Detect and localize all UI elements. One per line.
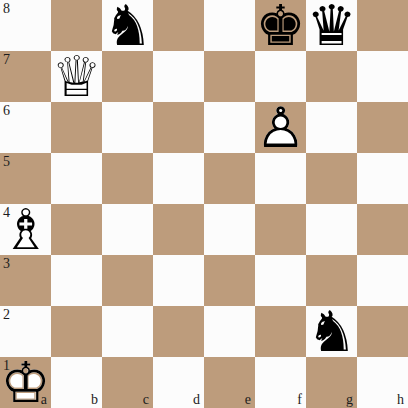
white-pawn-glyph: ♙: [255, 102, 306, 153]
square-g6[interactable]: [306, 102, 357, 153]
square-c6[interactable]: [102, 102, 153, 153]
square-b6[interactable]: [51, 102, 102, 153]
square-g4[interactable]: [306, 204, 357, 255]
square-g1[interactable]: g: [306, 357, 357, 408]
square-g8[interactable]: ♛: [306, 0, 357, 51]
square-h4[interactable]: [357, 204, 408, 255]
square-c2[interactable]: [102, 306, 153, 357]
rank-label-2: 2: [3, 308, 10, 322]
square-e6[interactable]: [204, 102, 255, 153]
square-g7[interactable]: [306, 51, 357, 102]
white-king[interactable]: ♚♔: [0, 357, 51, 408]
square-a3[interactable]: 3: [0, 255, 51, 306]
black-knight-glyph: ♞: [102, 0, 153, 51]
black-knight[interactable]: ♞: [102, 0, 153, 51]
square-d2[interactable]: [153, 306, 204, 357]
black-knight-glyph: ♞: [306, 306, 357, 357]
square-e4[interactable]: [204, 204, 255, 255]
square-h5[interactable]: [357, 153, 408, 204]
square-f8[interactable]: ♚: [255, 0, 306, 51]
square-e7[interactable]: [204, 51, 255, 102]
square-b1[interactable]: b: [51, 357, 102, 408]
white-queen[interactable]: ♛♕: [51, 51, 102, 102]
square-a6[interactable]: 6: [0, 102, 51, 153]
black-knight[interactable]: ♞: [306, 306, 357, 357]
file-label-h: h: [397, 393, 404, 407]
square-g5[interactable]: [306, 153, 357, 204]
square-b2[interactable]: [51, 306, 102, 357]
square-d5[interactable]: [153, 153, 204, 204]
chess-board: 8♞♚♛7♛♕6♟♙54♝♗32♞1a♚♔bcdefgh: [0, 0, 408, 408]
square-g2[interactable]: ♞: [306, 306, 357, 357]
square-d8[interactable]: [153, 0, 204, 51]
square-b3[interactable]: [51, 255, 102, 306]
square-f3[interactable]: [255, 255, 306, 306]
white-bishop[interactable]: ♝♗: [0, 204, 51, 255]
square-b7[interactable]: ♛♕: [51, 51, 102, 102]
square-b5[interactable]: [51, 153, 102, 204]
square-c1[interactable]: c: [102, 357, 153, 408]
rank-label-8: 8: [3, 2, 10, 16]
square-d3[interactable]: [153, 255, 204, 306]
file-label-c: c: [143, 393, 149, 407]
square-e3[interactable]: [204, 255, 255, 306]
square-a8[interactable]: 8: [0, 0, 51, 51]
square-d6[interactable]: [153, 102, 204, 153]
square-e1[interactable]: e: [204, 357, 255, 408]
white-queen-glyph: ♕: [51, 51, 102, 102]
white-bishop-glyph: ♗: [0, 204, 51, 255]
black-queen-glyph: ♛: [306, 0, 357, 51]
black-king[interactable]: ♚: [255, 0, 306, 51]
square-h6[interactable]: [357, 102, 408, 153]
square-c3[interactable]: [102, 255, 153, 306]
square-h1[interactable]: h: [357, 357, 408, 408]
file-label-d: d: [193, 393, 200, 407]
square-b4[interactable]: [51, 204, 102, 255]
square-d4[interactable]: [153, 204, 204, 255]
square-h2[interactable]: [357, 306, 408, 357]
square-f5[interactable]: [255, 153, 306, 204]
white-king-glyph: ♔: [0, 357, 51, 408]
square-c8[interactable]: ♞: [102, 0, 153, 51]
square-e8[interactable]: [204, 0, 255, 51]
black-queen[interactable]: ♛: [306, 0, 357, 51]
square-h7[interactable]: [357, 51, 408, 102]
square-d1[interactable]: d: [153, 357, 204, 408]
rank-label-5: 5: [3, 155, 10, 169]
rank-label-6: 6: [3, 104, 10, 118]
black-king-glyph: ♚: [255, 0, 306, 51]
square-c4[interactable]: [102, 204, 153, 255]
square-a7[interactable]: 7: [0, 51, 51, 102]
square-a4[interactable]: 4♝♗: [0, 204, 51, 255]
square-e5[interactable]: [204, 153, 255, 204]
square-e2[interactable]: [204, 306, 255, 357]
square-f2[interactable]: [255, 306, 306, 357]
square-a1[interactable]: 1a♚♔: [0, 357, 51, 408]
file-label-b: b: [91, 393, 98, 407]
square-h3[interactable]: [357, 255, 408, 306]
square-f6[interactable]: ♟♙: [255, 102, 306, 153]
square-c7[interactable]: [102, 51, 153, 102]
square-c5[interactable]: [102, 153, 153, 204]
file-label-e: e: [245, 393, 251, 407]
rank-label-7: 7: [3, 53, 10, 67]
square-f1[interactable]: f: [255, 357, 306, 408]
square-h8[interactable]: [357, 0, 408, 51]
white-pawn[interactable]: ♟♙: [255, 102, 306, 153]
file-label-f: f: [297, 393, 302, 407]
square-d7[interactable]: [153, 51, 204, 102]
file-label-g: g: [346, 393, 353, 407]
square-f4[interactable]: [255, 204, 306, 255]
